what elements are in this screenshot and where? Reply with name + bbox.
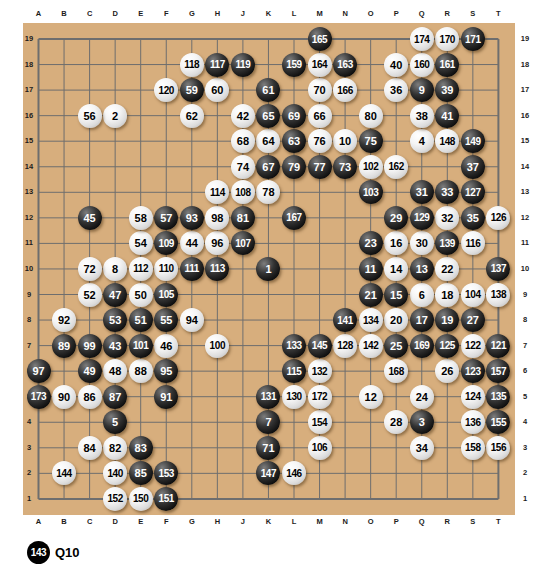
stone-E7: 101 xyxy=(129,334,153,358)
coord-label-top-C: C xyxy=(87,10,92,18)
stone-L7: 133 xyxy=(282,334,306,358)
coord-label-top-E: E xyxy=(138,10,143,18)
stone-B8: 92 xyxy=(52,308,76,332)
stone-L15: 63 xyxy=(282,129,306,153)
stone-P9: 15 xyxy=(384,283,408,307)
stone-P14: 162 xyxy=(384,155,408,179)
coord-label-left-8: 8 xyxy=(27,316,31,324)
coord-label-bottom-H: H xyxy=(215,518,220,526)
stone-E2: 85 xyxy=(129,461,153,485)
coord-label-right-12: 12 xyxy=(521,214,529,222)
stone-S15: 149 xyxy=(461,129,485,153)
stone-Q19: 174 xyxy=(410,27,434,51)
stone-J16: 42 xyxy=(231,104,255,128)
stone-L16: 69 xyxy=(282,104,306,128)
stone-Q15: 4 xyxy=(410,129,434,153)
stone-D5: 87 xyxy=(103,385,127,409)
coord-label-left-7: 7 xyxy=(27,342,31,350)
coord-label-top-K: K xyxy=(266,10,271,18)
coord-label-left-11: 11 xyxy=(25,240,33,248)
coord-label-top-P: P xyxy=(394,10,399,18)
stone-M16: 66 xyxy=(308,104,332,128)
stone-R9: 18 xyxy=(435,283,459,307)
stone-E1: 150 xyxy=(129,487,153,511)
coord-label-top-M: M xyxy=(316,10,322,18)
stone-F9: 105 xyxy=(154,283,178,307)
stone-Q12: 129 xyxy=(410,206,434,230)
stone-G10: 111 xyxy=(180,257,204,281)
stone-H18: 117 xyxy=(205,53,229,77)
stone-C16: 56 xyxy=(78,104,102,128)
stone-C7: 99 xyxy=(78,334,102,358)
coord-label-bottom-C: C xyxy=(87,518,92,526)
stone-O10: 11 xyxy=(359,257,383,281)
stone-Q5: 24 xyxy=(410,385,434,409)
stone-M19: 165 xyxy=(308,27,332,51)
stone-S14: 37 xyxy=(461,155,485,179)
coord-label-right-10: 10 xyxy=(521,265,529,273)
stone-E11: 54 xyxy=(129,231,153,255)
coord-label-bottom-P: P xyxy=(394,518,399,526)
coord-label-top-Q: Q xyxy=(419,10,425,18)
caption-point-label: Q10 xyxy=(55,545,80,560)
coord-label-right-11: 11 xyxy=(521,240,529,248)
stone-A5: 173 xyxy=(27,385,51,409)
stone-Q7: 169 xyxy=(410,334,434,358)
stone-D10: 8 xyxy=(103,257,127,281)
stone-L5: 130 xyxy=(282,385,306,409)
stone-R7: 125 xyxy=(435,334,459,358)
coord-label-left-3: 3 xyxy=(27,444,31,452)
stone-P12: 29 xyxy=(384,206,408,230)
coord-label-right-8: 8 xyxy=(523,316,527,324)
coord-label-right-14: 14 xyxy=(521,163,529,171)
coord-label-right-15: 15 xyxy=(521,137,529,145)
coord-label-right-13: 13 xyxy=(521,189,529,197)
coord-label-bottom-E: E xyxy=(138,518,143,526)
coord-label-left-10: 10 xyxy=(25,265,33,273)
stone-S12: 35 xyxy=(461,206,485,230)
coord-label-top-L: L xyxy=(292,10,297,18)
coord-label-left-9: 9 xyxy=(27,291,31,299)
stone-D16: 2 xyxy=(103,104,127,128)
stone-O16: 80 xyxy=(359,104,383,128)
stone-G17: 59 xyxy=(180,78,204,102)
coord-label-top-A: A xyxy=(36,10,41,18)
coord-label-bottom-F: F xyxy=(164,518,169,526)
coord-label-right-16: 16 xyxy=(521,112,529,120)
coord-label-right-1: 1 xyxy=(523,495,527,503)
coord-label-bottom-M: M xyxy=(316,518,322,526)
stone-O7: 142 xyxy=(359,334,383,358)
stone-M15: 76 xyxy=(308,129,332,153)
stone-P18: 40 xyxy=(384,53,408,77)
stone-F1: 151 xyxy=(154,487,178,511)
coord-label-bottom-T: T xyxy=(496,518,501,526)
stone-A6: 97 xyxy=(27,359,51,383)
stone-J12: 81 xyxy=(231,206,255,230)
stone-H7: 100 xyxy=(205,334,229,358)
stone-Q3: 34 xyxy=(410,436,434,460)
stone-Q11: 30 xyxy=(410,231,434,255)
caption-stone: 143 xyxy=(27,541,50,564)
stone-R18: 161 xyxy=(435,53,459,77)
coord-label-right-9: 9 xyxy=(523,291,527,299)
stone-S7: 122 xyxy=(461,334,485,358)
stone-Q17: 9 xyxy=(410,78,434,102)
coord-label-top-N: N xyxy=(342,10,347,18)
stone-L12: 167 xyxy=(282,206,306,230)
stone-M17: 70 xyxy=(308,78,332,102)
coord-label-left-2: 2 xyxy=(27,470,31,478)
stone-F12: 57 xyxy=(154,206,178,230)
stone-T7: 121 xyxy=(486,334,510,358)
coord-label-top-H: H xyxy=(215,10,220,18)
coord-label-bottom-B: B xyxy=(61,518,66,526)
caption-move-number: 143 xyxy=(31,547,47,558)
stone-P10: 14 xyxy=(384,257,408,281)
stone-S3: 158 xyxy=(461,436,485,460)
stone-N18: 163 xyxy=(333,53,357,77)
coord-label-right-4: 4 xyxy=(523,419,527,427)
stone-Q16: 38 xyxy=(410,104,434,128)
stone-G18: 118 xyxy=(180,53,204,77)
stone-L18: 159 xyxy=(282,53,306,77)
stone-Q4: 3 xyxy=(410,410,434,434)
coord-label-top-J: J xyxy=(241,10,245,18)
coord-label-bottom-L: L xyxy=(292,518,297,526)
coord-label-left-14: 14 xyxy=(25,163,33,171)
stone-D9: 47 xyxy=(103,283,127,307)
coord-label-top-R: R xyxy=(445,10,450,18)
coord-label-bottom-N: N xyxy=(342,518,347,526)
coord-label-top-D: D xyxy=(112,10,117,18)
stone-Q18: 160 xyxy=(410,53,434,77)
stone-B7: 89 xyxy=(52,334,76,358)
stone-N8: 141 xyxy=(333,308,357,332)
coord-label-bottom-A: A xyxy=(36,518,41,526)
stone-N7: 128 xyxy=(333,334,357,358)
stone-T9: 138 xyxy=(486,283,510,307)
stone-O13: 103 xyxy=(359,180,383,204)
stone-M4: 154 xyxy=(308,410,332,434)
stone-O11: 23 xyxy=(359,231,383,255)
coord-label-right-17: 17 xyxy=(521,86,529,94)
coord-label-left-18: 18 xyxy=(25,61,33,69)
stone-P7: 25 xyxy=(384,334,408,358)
coord-label-right-2: 2 xyxy=(523,470,527,478)
stone-J18: 119 xyxy=(231,53,255,77)
stone-O9: 21 xyxy=(359,283,383,307)
stone-L14: 79 xyxy=(282,155,306,179)
coord-label-right-19: 19 xyxy=(521,35,529,43)
stone-C6: 49 xyxy=(78,359,102,383)
stone-N17: 166 xyxy=(333,78,357,102)
coord-label-left-1: 1 xyxy=(27,495,31,503)
coord-label-left-15: 15 xyxy=(25,137,33,145)
coord-label-right-5: 5 xyxy=(523,393,527,401)
stone-O5: 12 xyxy=(359,385,383,409)
stone-L6: 115 xyxy=(282,359,306,383)
coord-label-right-7: 7 xyxy=(523,342,527,350)
stone-R12: 32 xyxy=(435,206,459,230)
stone-O15: 75 xyxy=(359,129,383,153)
stone-J15: 68 xyxy=(231,129,255,153)
stone-S9: 104 xyxy=(461,283,485,307)
coord-label-bottom-K: K xyxy=(266,518,271,526)
stone-E12: 58 xyxy=(129,206,153,230)
stone-C5: 86 xyxy=(78,385,102,409)
coord-label-bottom-D: D xyxy=(112,518,117,526)
coord-label-top-F: F xyxy=(164,10,169,18)
coord-label-bottom-Q: Q xyxy=(419,518,425,526)
stone-M3: 106 xyxy=(308,436,332,460)
stone-D7: 43 xyxy=(103,334,127,358)
move-note: 143 Q10 xyxy=(27,541,80,564)
coord-label-left-19: 19 xyxy=(25,35,33,43)
coord-label-right-6: 6 xyxy=(523,367,527,375)
coord-label-left-4: 4 xyxy=(27,419,31,427)
stone-O8: 134 xyxy=(359,308,383,332)
stone-K5: 131 xyxy=(256,385,280,409)
stone-M5: 172 xyxy=(308,385,332,409)
coord-label-bottom-O: O xyxy=(368,518,374,526)
stone-C10: 72 xyxy=(78,257,102,281)
stone-Q13: 31 xyxy=(410,180,434,204)
stone-N14: 73 xyxy=(333,155,357,179)
coord-label-left-16: 16 xyxy=(25,112,33,120)
stone-K16: 65 xyxy=(256,104,280,128)
stone-F7: 46 xyxy=(154,334,178,358)
coord-label-bottom-G: G xyxy=(189,518,195,526)
stone-S8: 27 xyxy=(461,308,485,332)
stone-E9: 50 xyxy=(129,283,153,307)
stone-D1: 152 xyxy=(103,487,127,511)
coord-label-bottom-R: R xyxy=(445,518,450,526)
coord-label-top-T: T xyxy=(496,10,501,18)
stone-O14: 102 xyxy=(359,155,383,179)
coord-label-left-17: 17 xyxy=(25,86,33,94)
stone-G16: 62 xyxy=(180,104,204,128)
stone-S6: 123 xyxy=(461,359,485,383)
stone-T5: 135 xyxy=(486,385,510,409)
coord-label-bottom-S: S xyxy=(470,518,475,526)
stone-G8: 94 xyxy=(180,308,204,332)
coord-label-left-13: 13 xyxy=(25,189,33,197)
coord-label-top-G: G xyxy=(189,10,195,18)
coord-label-top-O: O xyxy=(368,10,374,18)
coord-label-top-B: B xyxy=(61,10,66,18)
coord-label-top-S: S xyxy=(470,10,475,18)
stone-E8: 51 xyxy=(129,308,153,332)
stone-D3: 82 xyxy=(103,436,127,460)
stone-C9: 52 xyxy=(78,283,102,307)
stone-E3: 83 xyxy=(129,436,153,460)
stone-M7: 145 xyxy=(308,334,332,358)
stone-Q8: 17 xyxy=(410,308,434,332)
stone-E10: 112 xyxy=(129,257,153,281)
coord-label-right-3: 3 xyxy=(523,444,527,452)
stone-B5: 90 xyxy=(52,385,76,409)
stone-J14: 74 xyxy=(231,155,255,179)
stone-E6: 88 xyxy=(129,359,153,383)
stone-S5: 124 xyxy=(461,385,485,409)
stone-M18: 164 xyxy=(308,53,332,77)
go-diagram-page: AABBCCDDEEFFGGHHJJKKLLMMNNOOPPQQRRSSTT19… xyxy=(0,0,540,578)
stone-M14: 77 xyxy=(308,155,332,179)
stone-F5: 91 xyxy=(154,385,178,409)
stone-R16: 41 xyxy=(435,104,459,128)
stone-M6: 132 xyxy=(308,359,332,383)
stone-S4: 136 xyxy=(461,410,485,434)
coord-label-bottom-J: J xyxy=(241,518,245,526)
stone-S13: 127 xyxy=(461,180,485,204)
stone-D8: 53 xyxy=(103,308,127,332)
stone-G12: 93 xyxy=(180,206,204,230)
coord-label-left-12: 12 xyxy=(25,214,33,222)
stone-C12: 45 xyxy=(78,206,102,230)
stone-Q9: 6 xyxy=(410,283,434,307)
stone-S19: 171 xyxy=(461,27,485,51)
coord-label-right-18: 18 xyxy=(521,61,529,69)
stone-C3: 84 xyxy=(78,436,102,460)
stone-Q10: 13 xyxy=(410,257,434,281)
